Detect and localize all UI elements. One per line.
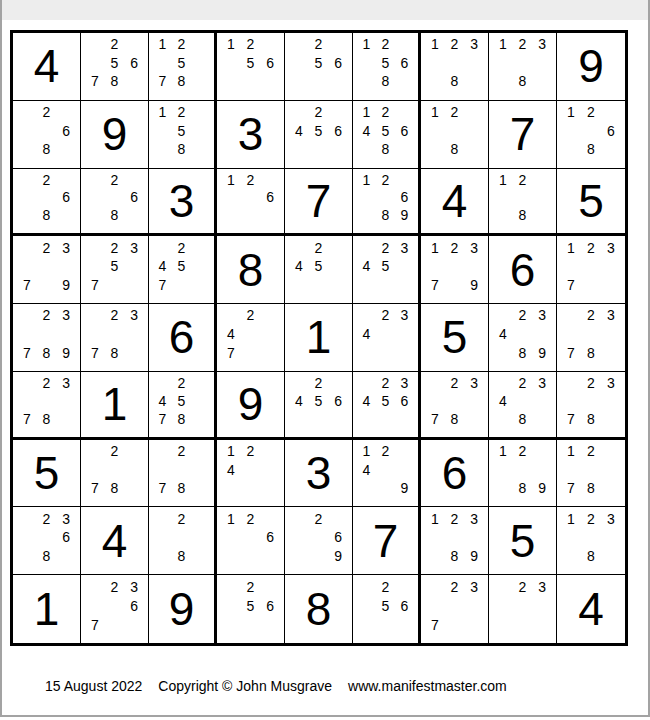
candidate-8: 8 <box>376 206 395 224</box>
cell-r8c1[interactable]: 2368 <box>13 507 81 575</box>
candidate-7: 7 <box>153 72 172 91</box>
candidate-2: 2 <box>37 509 57 528</box>
candidate-8: 8 <box>581 343 601 362</box>
pencil-marks: 124 <box>217 440 284 507</box>
candidate-1: 1 <box>425 238 445 257</box>
candidate-7: 7 <box>221 343 241 362</box>
big-digit: 6 <box>421 440 488 507</box>
candidate-8: 8 <box>513 479 533 498</box>
cell-r3c9[interactable]: 5 <box>557 169 625 237</box>
cell-r8c7[interactable]: 12389 <box>421 507 489 575</box>
pencil-marks: 256 <box>285 33 352 100</box>
candidate-2: 2 <box>445 577 465 596</box>
candidate-4: 4 <box>221 460 241 479</box>
cell-r8c5[interactable]: 269 <box>285 507 353 575</box>
pencil-marks: 2357 <box>81 236 148 303</box>
cell-r2c2[interactable]: 9 <box>81 101 149 169</box>
cell-r2c5[interactable]: 2456 <box>285 101 353 169</box>
candidate-5: 5 <box>172 392 191 410</box>
candidate-8: 8 <box>105 206 125 224</box>
pencil-marks: 1237 <box>557 236 625 303</box>
pencil-marks: 1238 <box>489 33 556 100</box>
cell-r3c2[interactable]: 268 <box>81 169 149 237</box>
candidate-7: 7 <box>85 72 105 91</box>
candidate-1: 1 <box>221 442 241 461</box>
cell-r1c1[interactable]: 4 <box>13 33 81 101</box>
candidate-2: 2 <box>445 35 465 54</box>
candidate-4: 4 <box>289 392 309 410</box>
candidate-8: 8 <box>37 547 57 566</box>
candidate-6: 6 <box>124 188 144 206</box>
candidate-2: 2 <box>37 374 57 392</box>
pencil-marks: 25678 <box>81 33 148 100</box>
pencil-marks: 2378 <box>81 304 148 371</box>
pencil-marks: 269 <box>285 507 352 574</box>
candidate-5: 5 <box>172 257 191 276</box>
cell-r3c3[interactable]: 3 <box>149 169 217 237</box>
pencil-marks: 126 <box>217 507 284 574</box>
candidate-6: 6 <box>328 528 348 547</box>
candidate-9: 9 <box>532 343 552 362</box>
candidate-9: 9 <box>395 206 414 224</box>
cell-r5c6[interactable]: 234 <box>353 304 421 372</box>
candidate-2: 2 <box>172 35 191 54</box>
cell-r9c5[interactable]: 8 <box>285 575 353 643</box>
cell-r7c1[interactable]: 5 <box>13 440 81 508</box>
candidate-1: 1 <box>425 509 445 528</box>
cell-r5c2[interactable]: 2378 <box>81 304 149 372</box>
candidate-8: 8 <box>105 343 125 362</box>
cell-r3c1[interactable]: 268 <box>13 169 81 237</box>
big-digit: 3 <box>217 101 284 168</box>
candidate-1: 1 <box>561 442 581 461</box>
pencil-marks: 1238 <box>421 33 488 100</box>
candidate-7: 7 <box>153 410 172 428</box>
footer-url: www.manifestmaster.com <box>348 678 507 694</box>
big-digit: 9 <box>149 575 214 643</box>
candidate-8: 8 <box>376 140 395 159</box>
cell-r9c4[interactable]: 256 <box>217 575 285 643</box>
candidate-7: 7 <box>425 615 445 634</box>
big-digit: 1 <box>285 304 352 371</box>
big-digit: 4 <box>81 507 148 574</box>
candidate-8: 8 <box>445 410 465 428</box>
cell-r3c4[interactable]: 126 <box>217 169 285 237</box>
candidate-3: 3 <box>601 306 621 325</box>
pencil-marks: 278 <box>81 440 148 507</box>
candidate-5: 5 <box>309 54 329 73</box>
candidate-3: 3 <box>532 306 552 325</box>
cell-r9c9[interactable]: 4 <box>557 575 625 643</box>
candidate-8: 8 <box>172 140 191 159</box>
candidate-3: 3 <box>601 238 621 257</box>
pencil-marks: 2457 <box>149 236 214 303</box>
pencil-marks: 245 <box>285 236 352 303</box>
big-digit: 4 <box>557 575 625 643</box>
cell-r7c3[interactable]: 278 <box>149 440 217 508</box>
candidate-3: 3 <box>464 374 484 392</box>
big-digit: 5 <box>421 304 488 371</box>
pencil-marks: 2367 <box>81 575 148 643</box>
pencil-marks: 2345 <box>353 236 418 303</box>
pencil-marks: 2378 <box>13 372 80 437</box>
candidate-8: 8 <box>513 206 533 224</box>
candidate-2: 2 <box>309 103 329 122</box>
candidate-3: 3 <box>464 35 484 54</box>
candidate-1: 1 <box>221 509 241 528</box>
candidate-4: 4 <box>357 257 376 276</box>
big-digit: 5 <box>489 507 556 574</box>
cell-r7c8[interactable]: 1289 <box>489 440 557 508</box>
cell-r8c4[interactable]: 126 <box>217 507 285 575</box>
cell-r5c1[interactable]: 23789 <box>13 304 81 372</box>
cell-r7c9[interactable]: 1278 <box>557 440 625 508</box>
big-digit: 1 <box>13 575 80 643</box>
cell-r6c5[interactable]: 2456 <box>285 372 353 440</box>
candidate-3: 3 <box>56 306 76 325</box>
candidate-1: 1 <box>425 103 445 122</box>
pencil-marks: 1278 <box>557 440 625 507</box>
candidate-3: 3 <box>395 238 414 257</box>
pencil-marks: 2456 <box>285 101 352 168</box>
candidate-7: 7 <box>425 276 445 295</box>
candidate-2: 2 <box>445 509 465 528</box>
candidate-7: 7 <box>17 343 37 362</box>
candidate-9: 9 <box>532 479 552 498</box>
candidate-6: 6 <box>260 54 280 73</box>
cell-r6c1[interactable]: 2378 <box>13 372 81 440</box>
big-digit: 9 <box>81 101 148 168</box>
candidate-3: 3 <box>124 238 144 257</box>
candidate-6: 6 <box>260 188 280 206</box>
cell-r1c8[interactable]: 1238 <box>489 33 557 101</box>
pencil-marks: 12568 <box>353 33 418 100</box>
pencil-marks: 2368 <box>13 507 80 574</box>
cell-r9c3[interactable]: 9 <box>149 575 217 643</box>
candidate-7: 7 <box>425 410 445 428</box>
cell-r1c4[interactable]: 1256 <box>217 33 285 101</box>
cell-r7c5[interactable]: 3 <box>285 440 353 508</box>
candidate-6: 6 <box>56 121 76 140</box>
candidate-5: 5 <box>309 257 329 276</box>
pencil-marks: 247 <box>217 304 284 371</box>
cell-r4c7[interactable]: 12379 <box>421 236 489 304</box>
candidate-5: 5 <box>376 121 395 140</box>
candidate-2: 2 <box>309 35 329 54</box>
candidate-2: 2 <box>37 171 57 189</box>
cell-r6c7[interactable]: 2378 <box>421 372 489 440</box>
cell-r6c2[interactable]: 1 <box>81 372 149 440</box>
candidate-1: 1 <box>493 442 513 461</box>
cell-r6c9[interactable]: 2378 <box>557 372 625 440</box>
candidate-6: 6 <box>395 596 414 615</box>
cell-r1c7[interactable]: 1238 <box>421 33 489 101</box>
candidate-3: 3 <box>601 374 621 392</box>
cell-r4c1[interactable]: 2379 <box>13 236 81 304</box>
cell-r5c5[interactable]: 1 <box>285 304 353 372</box>
candidate-5: 5 <box>241 596 261 615</box>
candidate-6: 6 <box>56 188 76 206</box>
candidate-2: 2 <box>172 103 191 122</box>
big-digit: 9 <box>557 33 625 100</box>
candidate-4: 4 <box>289 257 309 276</box>
candidate-2: 2 <box>376 306 395 325</box>
candidate-2: 2 <box>37 238 57 257</box>
candidate-8: 8 <box>105 479 125 498</box>
big-digit: 9 <box>217 372 284 437</box>
cell-r4c9[interactable]: 1237 <box>557 236 625 304</box>
cell-r4c4[interactable]: 8 <box>217 236 285 304</box>
cell-r6c4[interactable]: 9 <box>217 372 285 440</box>
big-digit: 5 <box>557 169 625 234</box>
candidate-9: 9 <box>395 479 414 498</box>
cell-r2c7[interactable]: 128 <box>421 101 489 169</box>
candidate-4: 4 <box>357 121 376 140</box>
candidate-7: 7 <box>85 343 105 362</box>
candidate-3: 3 <box>124 577 144 596</box>
candidate-5: 5 <box>309 121 329 140</box>
big-digit: 6 <box>489 236 556 303</box>
cell-r2c4[interactable]: 3 <box>217 101 285 169</box>
cell-r7c2[interactable]: 278 <box>81 440 149 508</box>
pencil-marks: 128 <box>489 169 556 234</box>
big-digit: 7 <box>285 169 352 234</box>
pencil-marks: 268 <box>81 169 148 234</box>
candidate-8: 8 <box>105 72 125 91</box>
cell-r9c8[interactable]: 23 <box>489 575 557 643</box>
cell-r2c1[interactable]: 268 <box>13 101 81 169</box>
candidate-7: 7 <box>85 479 105 498</box>
candidate-6: 6 <box>260 528 280 547</box>
cell-r4c8[interactable]: 6 <box>489 236 557 304</box>
candidate-2: 2 <box>241 577 261 596</box>
pencil-marks: 268 <box>13 169 80 234</box>
footer-date: 15 August 2022 <box>45 678 142 694</box>
candidate-8: 8 <box>581 547 601 566</box>
candidate-2: 2 <box>581 103 601 122</box>
candidate-2: 2 <box>309 238 329 257</box>
pencil-marks: 2378 <box>557 304 625 371</box>
candidate-8: 8 <box>513 72 533 91</box>
pencil-marks: 1249 <box>353 440 418 507</box>
cell-r9c1[interactable]: 1 <box>13 575 81 643</box>
cell-r3c7[interactable]: 4 <box>421 169 489 237</box>
candidate-2: 2 <box>513 35 533 54</box>
candidate-6: 6 <box>328 392 348 410</box>
candidate-2: 2 <box>445 374 465 392</box>
cell-r1c6[interactable]: 12568 <box>353 33 421 101</box>
pencil-marks: 1268 <box>557 101 625 168</box>
candidate-5: 5 <box>105 257 125 276</box>
candidate-7: 7 <box>561 343 581 362</box>
candidate-2: 2 <box>105 306 125 325</box>
cell-r2c9[interactable]: 1268 <box>557 101 625 169</box>
big-digit: 5 <box>13 440 80 507</box>
candidate-8: 8 <box>172 479 191 498</box>
big-digit: 6 <box>149 304 214 371</box>
candidate-8: 8 <box>513 410 533 428</box>
candidate-2: 2 <box>241 35 261 54</box>
cell-r1c3[interactable]: 12578 <box>149 33 217 101</box>
pencil-marks: 2378 <box>421 372 488 437</box>
candidate-7: 7 <box>17 410 37 428</box>
pencil-marks: 23789 <box>13 304 80 371</box>
candidate-1: 1 <box>493 171 513 189</box>
candidate-1: 1 <box>561 509 581 528</box>
candidate-2: 2 <box>376 35 395 54</box>
candidate-8: 8 <box>37 206 57 224</box>
cell-r5c4[interactable]: 247 <box>217 304 285 372</box>
pencil-marks: 28 <box>149 507 214 574</box>
candidate-9: 9 <box>56 343 76 362</box>
cell-r9c7[interactable]: 237 <box>421 575 489 643</box>
big-digit: 3 <box>285 440 352 507</box>
candidate-5: 5 <box>172 54 191 73</box>
candidate-3: 3 <box>464 238 484 257</box>
candidate-4: 4 <box>493 325 513 344</box>
candidate-6: 6 <box>124 54 144 73</box>
pencil-marks: 124568 <box>353 101 418 168</box>
candidate-1: 1 <box>153 103 172 122</box>
cell-r1c9[interactable]: 9 <box>557 33 625 101</box>
cell-r8c3[interactable]: 28 <box>149 507 217 575</box>
candidate-4: 4 <box>493 392 513 410</box>
cell-r5c3[interactable]: 6 <box>149 304 217 372</box>
candidate-9: 9 <box>328 547 348 566</box>
candidate-7: 7 <box>561 479 581 498</box>
cell-r4c5[interactable]: 245 <box>285 236 353 304</box>
cell-r5c8[interactable]: 23489 <box>489 304 557 372</box>
candidate-2: 2 <box>105 35 125 54</box>
candidate-2: 2 <box>37 103 57 122</box>
cell-r7c4[interactable]: 124 <box>217 440 285 508</box>
pencil-marks: 12379 <box>421 236 488 303</box>
cell-r8c2[interactable]: 4 <box>81 507 149 575</box>
candidate-2: 2 <box>513 374 533 392</box>
candidate-7: 7 <box>561 276 581 295</box>
candidate-5: 5 <box>376 257 395 276</box>
cell-r4c3[interactable]: 2457 <box>149 236 217 304</box>
cell-r1c5[interactable]: 256 <box>285 33 353 101</box>
cell-r1c2[interactable]: 25678 <box>81 33 149 101</box>
cell-r9c2[interactable]: 2367 <box>81 575 149 643</box>
candidate-2: 2 <box>241 442 261 461</box>
candidate-4: 4 <box>289 121 309 140</box>
pencil-marks: 2348 <box>489 372 556 437</box>
pencil-marks: 1256 <box>217 33 284 100</box>
pencil-marks: 237 <box>421 575 488 643</box>
candidate-2: 2 <box>105 442 125 461</box>
candidate-1: 1 <box>357 35 376 54</box>
pencil-marks: 23 <box>489 575 556 643</box>
cell-r2c8[interactable]: 7 <box>489 101 557 169</box>
pencil-marks: 12689 <box>353 169 418 234</box>
big-digit: 8 <box>217 236 284 303</box>
cell-r8c9[interactable]: 1238 <box>557 507 625 575</box>
candidate-6: 6 <box>124 596 144 615</box>
cell-r8c8[interactable]: 5 <box>489 507 557 575</box>
cell-r6c3[interactable]: 24578 <box>149 372 217 440</box>
cell-r6c8[interactable]: 2348 <box>489 372 557 440</box>
candidate-9: 9 <box>56 276 76 295</box>
candidate-1: 1 <box>153 35 172 54</box>
candidate-7: 7 <box>153 276 172 295</box>
cell-r5c7[interactable]: 5 <box>421 304 489 372</box>
candidate-4: 4 <box>221 325 241 344</box>
pencil-marks: 1238 <box>557 507 625 574</box>
candidate-2: 2 <box>445 103 465 122</box>
cell-r3c8[interactable]: 128 <box>489 169 557 237</box>
cell-r3c5[interactable]: 7 <box>285 169 353 237</box>
footer-copyright: Copyright © John Musgrave <box>158 678 332 694</box>
cell-r2c6[interactable]: 124568 <box>353 101 421 169</box>
candidate-6: 6 <box>260 596 280 615</box>
candidate-6: 6 <box>395 54 414 73</box>
candidate-2: 2 <box>513 442 533 461</box>
cell-r7c6[interactable]: 1249 <box>353 440 421 508</box>
candidate-2: 2 <box>445 238 465 257</box>
cell-r5c9[interactable]: 2378 <box>557 304 625 372</box>
big-digit: 7 <box>489 101 556 168</box>
pencil-marks: 256 <box>217 575 284 643</box>
cell-r2c3[interactable]: 1258 <box>149 101 217 169</box>
sudoku-board: 4256781257812562561256812381238926891258… <box>10 30 628 646</box>
pencil-marks: 234 <box>353 304 418 371</box>
big-digit: 4 <box>421 169 488 234</box>
candidate-6: 6 <box>328 54 348 73</box>
candidate-2: 2 <box>376 442 395 461</box>
candidate-2: 2 <box>376 374 395 392</box>
candidate-2: 2 <box>581 442 601 461</box>
cell-r6c6[interactable]: 23456 <box>353 372 421 440</box>
candidate-5: 5 <box>376 596 395 615</box>
big-digit: 8 <box>285 575 352 643</box>
cell-r8c6[interactable]: 7 <box>353 507 421 575</box>
pencil-marks: 2378 <box>557 372 625 437</box>
candidate-8: 8 <box>37 140 57 159</box>
cell-r7c7[interactable]: 6 <box>421 440 489 508</box>
candidate-3: 3 <box>56 374 76 392</box>
pencil-marks: 12578 <box>149 33 214 100</box>
candidate-2: 2 <box>581 238 601 257</box>
big-digit: 4 <box>13 33 80 100</box>
candidate-2: 2 <box>581 509 601 528</box>
candidate-8: 8 <box>172 410 191 428</box>
cell-r4c2[interactable]: 2357 <box>81 236 149 304</box>
candidate-2: 2 <box>172 374 191 392</box>
candidate-1: 1 <box>221 35 241 54</box>
candidate-3: 3 <box>601 509 621 528</box>
candidate-5: 5 <box>241 54 261 73</box>
pencil-marks: 1289 <box>489 440 556 507</box>
candidate-3: 3 <box>395 374 414 392</box>
pencil-marks: 23456 <box>353 372 418 437</box>
candidate-8: 8 <box>37 410 57 428</box>
window-left-edge <box>0 0 2 717</box>
candidate-7: 7 <box>153 479 172 498</box>
candidate-3: 3 <box>464 509 484 528</box>
candidate-2: 2 <box>241 171 261 189</box>
candidate-8: 8 <box>172 72 191 91</box>
cell-r3c6[interactable]: 12689 <box>353 169 421 237</box>
candidate-3: 3 <box>56 238 76 257</box>
candidate-3: 3 <box>395 306 414 325</box>
cell-r9c6[interactable]: 256 <box>353 575 421 643</box>
candidate-2: 2 <box>513 577 533 596</box>
cell-r4c6[interactable]: 2345 <box>353 236 421 304</box>
candidate-8: 8 <box>376 72 395 91</box>
pencil-marks: 23489 <box>489 304 556 371</box>
